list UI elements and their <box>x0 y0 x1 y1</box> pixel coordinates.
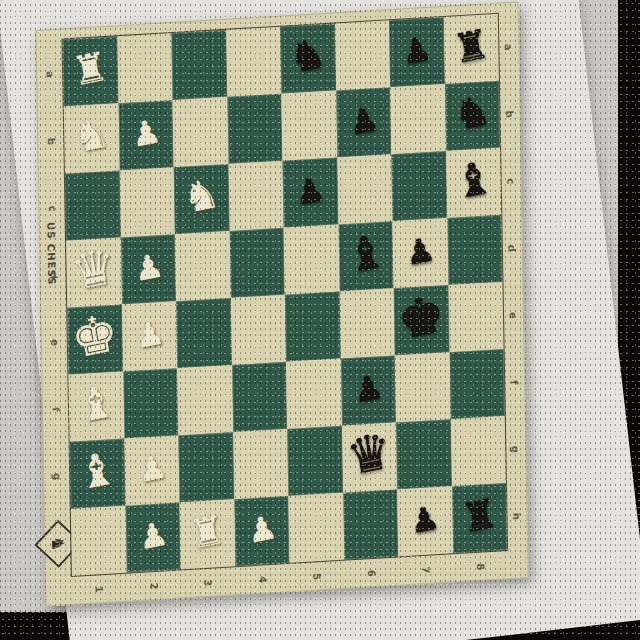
square-c1[interactable] <box>65 170 121 240</box>
white-pawn-b2[interactable]: ♟ <box>129 113 163 151</box>
square-c6[interactable] <box>337 154 393 224</box>
rank-label-bottom-5: 5 <box>311 573 322 581</box>
square-e5[interactable] <box>285 292 341 362</box>
square-d4[interactable] <box>229 228 285 298</box>
black-pawn-d7[interactable]: ♟ <box>403 231 437 269</box>
white-pawn-h4[interactable]: ♟ <box>245 509 279 547</box>
file-label-left-b: b <box>46 137 57 145</box>
white-pawn-d2[interactable]: ♟ <box>131 248 165 286</box>
square-g3[interactable] <box>178 432 234 502</box>
white-queen-d1[interactable]: ♛ <box>68 240 120 298</box>
white-bishop-g1[interactable]: ♝ <box>74 444 121 496</box>
square-d8[interactable] <box>447 215 503 285</box>
rank-label-bottom-1: 1 <box>94 586 105 594</box>
square-c2[interactable] <box>119 167 175 237</box>
file-label-left-d: d <box>48 271 59 279</box>
black-king-e7[interactable]: ♚ <box>394 286 448 346</box>
file-label-right-c: c <box>505 177 516 184</box>
white-pawn-g2[interactable]: ♟ <box>135 449 169 487</box>
white-knight-c3[interactable]: ♞ <box>180 172 223 220</box>
black-bishop-d6[interactable]: ♝ <box>342 227 389 279</box>
square-d5[interactable] <box>284 225 340 295</box>
square-f5[interactable] <box>286 359 342 429</box>
file-label-left-e: e <box>49 338 60 345</box>
rank-label-bottom-4: 4 <box>257 576 268 584</box>
rank-label-bottom-6: 6 <box>366 569 377 577</box>
square-b7[interactable] <box>390 84 446 154</box>
square-f3[interactable] <box>177 365 233 435</box>
square-b3[interactable] <box>173 97 229 167</box>
black-pawn-h7[interactable]: ♟ <box>408 500 442 538</box>
white-rook-a1[interactable]: ♜ <box>69 45 111 91</box>
square-c7[interactable] <box>391 151 447 221</box>
square-e6[interactable] <box>339 288 395 358</box>
photo-of-chessboard: { "game": "chess", "scene": { "descripti… <box>0 0 640 640</box>
square-h1[interactable] <box>71 506 127 576</box>
square-f4[interactable] <box>232 362 288 432</box>
white-bishop-f1[interactable]: ♝ <box>73 377 120 429</box>
rank-label-bottom-3: 3 <box>203 579 214 587</box>
white-king-e1[interactable]: ♚ <box>68 305 122 365</box>
file-label-right-a: a <box>503 43 514 50</box>
square-b5[interactable] <box>281 90 337 160</box>
square-c4[interactable] <box>228 161 284 231</box>
black-knight-a5[interactable]: ♞ <box>287 31 330 79</box>
square-b4[interactable] <box>227 94 283 164</box>
black-pawn-c5[interactable]: ♟ <box>293 171 327 209</box>
square-g7[interactable] <box>396 419 452 489</box>
file-label-left-a: a <box>45 70 56 77</box>
square-a3[interactable] <box>171 30 227 100</box>
black-rook-a8[interactable]: ♜ <box>450 22 492 68</box>
black-bishop-c8[interactable]: ♝ <box>450 153 497 205</box>
square-a2[interactable] <box>117 33 173 103</box>
black-pawn-b6[interactable]: ♟ <box>346 101 380 139</box>
square-f2[interactable] <box>123 368 179 438</box>
file-label-right-h: h <box>511 512 522 520</box>
black-knight-b8[interactable]: ♞ <box>451 89 494 137</box>
square-g4[interactable] <box>233 429 289 499</box>
file-label-right-b: b <box>504 110 515 118</box>
square-e8[interactable] <box>448 282 504 352</box>
square-f7[interactable] <box>395 352 451 422</box>
rank-label-bottom-7: 7 <box>420 566 431 574</box>
square-e3[interactable] <box>176 298 232 368</box>
rank-label-bottom-2: 2 <box>148 582 159 590</box>
file-label-right-f: f <box>509 379 520 384</box>
black-pawn-a7[interactable]: ♟ <box>400 30 434 68</box>
file-label-left-g: g <box>52 472 63 480</box>
square-f8[interactable] <box>449 349 505 419</box>
square-h6[interactable] <box>343 489 399 559</box>
square-h5[interactable] <box>288 493 344 563</box>
file-label-right-d: d <box>506 244 517 252</box>
square-g5[interactable] <box>287 426 343 496</box>
rank-label-bottom-8: 8 <box>475 563 486 571</box>
playing-area: ♜♞♛♚♝♝♟♟♟♟♟♞♜♟♞♟♟♝♟♛♟♟♚♟♜♞♝♜ <box>63 14 508 576</box>
file-label-right-g: g <box>510 445 521 453</box>
square-e4[interactable] <box>230 295 286 365</box>
us-chess-brand-text: US CHESS <box>45 222 56 243</box>
white-pawn-h2[interactable]: ♟ <box>136 516 170 554</box>
square-d3[interactable] <box>175 231 231 301</box>
file-label-left-f: f <box>50 407 61 412</box>
file-label-right-e: e <box>507 311 518 318</box>
chess-board: US CHESS ♞ ♜♞♛♚♝♝♟♟♟♟♟♞♜♟♞♟♟♝♟♛♟♟♚♟♜♞♝♜ … <box>35 1 528 606</box>
white-rook-h3[interactable]: ♜ <box>186 508 228 554</box>
square-a6[interactable] <box>335 20 391 90</box>
black-queen-g6[interactable]: ♛ <box>343 425 395 483</box>
file-label-left-h: h <box>53 539 64 547</box>
black-pawn-f6[interactable]: ♟ <box>351 369 385 407</box>
white-pawn-e2[interactable]: ♟ <box>132 315 166 353</box>
black-rook-h8[interactable]: ♜ <box>458 492 500 538</box>
square-g8[interactable] <box>450 416 506 486</box>
square-a4[interactable] <box>226 27 282 97</box>
file-label-left-c: c <box>47 205 58 212</box>
white-knight-b1[interactable]: ♞ <box>70 111 113 159</box>
